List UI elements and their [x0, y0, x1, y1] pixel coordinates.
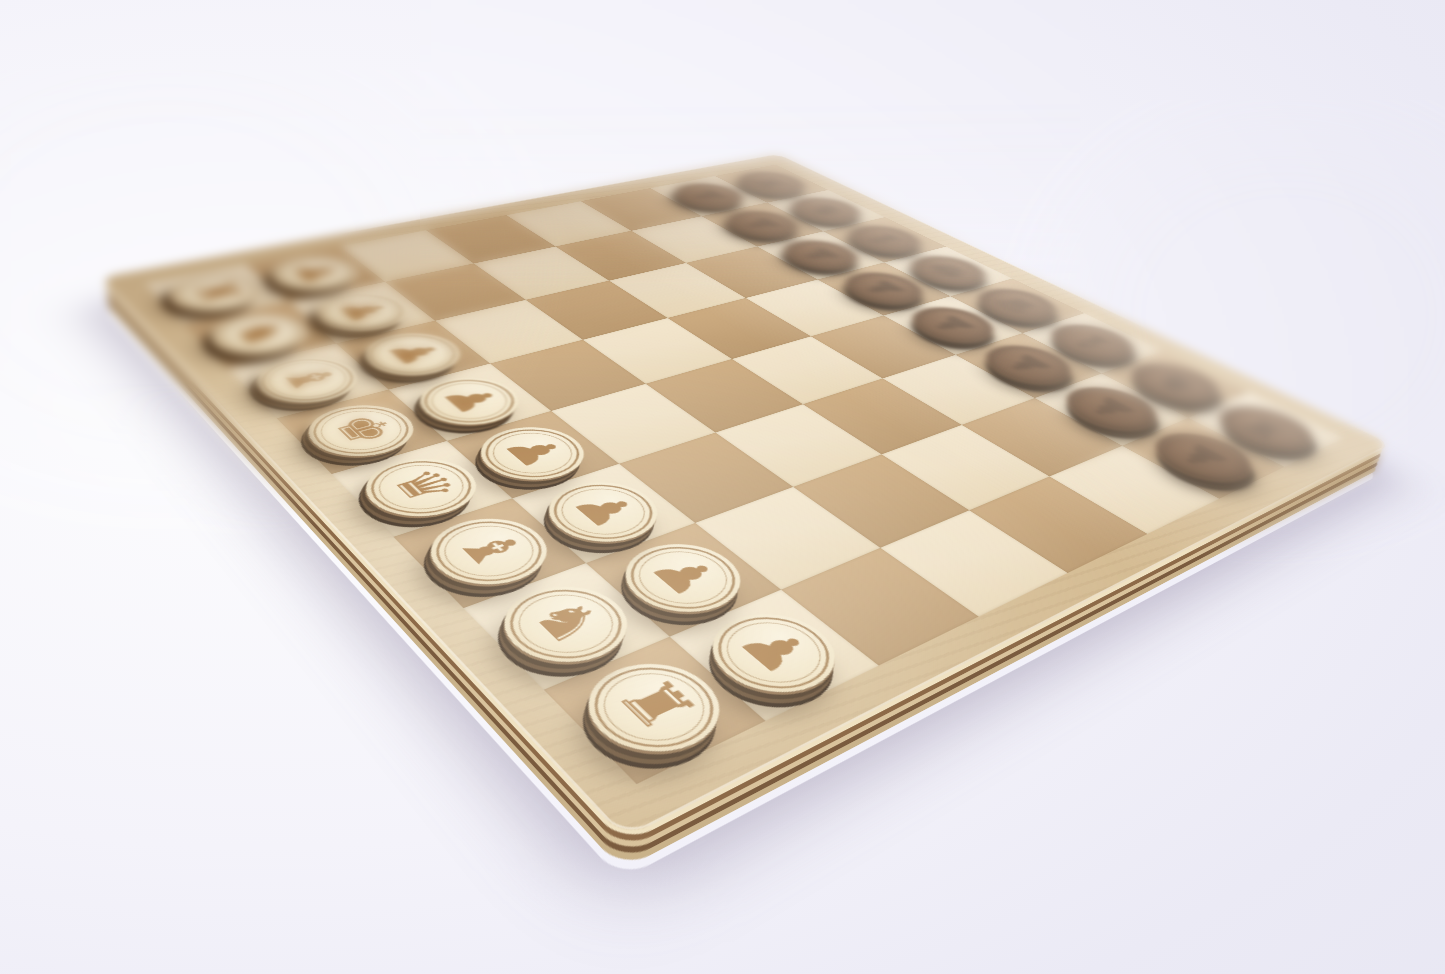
- piece-white-queen-d1: ♛: [348, 449, 497, 528]
- square-b3: [695, 487, 880, 590]
- black-bishop-engraving-icon: ♝: [1059, 328, 1126, 356]
- black-pawn-engraving-icon: ♟: [994, 349, 1064, 380]
- black-pawn-engraving-icon: ♟: [920, 311, 986, 339]
- piece-white-bishop-f1: ♝: [242, 350, 374, 411]
- square-b2: [586, 523, 781, 637]
- square-d1: [332, 441, 513, 537]
- square-c1: [393, 498, 586, 608]
- black-pawn-engraving-icon: ♟: [1075, 391, 1148, 425]
- square-d3: [551, 384, 715, 464]
- square-a1: [544, 637, 766, 784]
- white-bishop-engraving-icon: ♝: [445, 524, 538, 576]
- white-pawn-engraving-icon: ♟: [432, 382, 511, 418]
- black-rook-engraving-icon: ♜: [1229, 411, 1302, 446]
- square-d4: [646, 359, 803, 433]
- square-b5: [882, 425, 1050, 510]
- piece-black-rook-a8: ♜: [1202, 398, 1330, 459]
- white-pawn-engraving-icon: ♟: [638, 550, 732, 603]
- black-queen-engraving-icon: ♛: [985, 292, 1049, 318]
- white-pawn-engraving-icon: ♟: [726, 620, 826, 682]
- square-c2: [512, 464, 695, 563]
- white-pawn-engraving-icon: ♟: [561, 487, 649, 534]
- black-pawn-engraving-icon: ♟: [1165, 438, 1242, 476]
- square-f1: [228, 343, 389, 418]
- black-pawn-engraving-icon: ♟: [790, 243, 851, 266]
- square-e1: [277, 390, 447, 474]
- square-a3: [781, 548, 979, 666]
- piece-white-rook-a1: ♜: [563, 648, 745, 769]
- piece-white-knight-b1: ♞: [482, 573, 652, 677]
- product-photo-stage: ♜♞♝♛♚♝♞♜♟♟♟♟♟♟♟♟♟♟♟♟♟♟♟♟♜♞♝♛♚♝♞♜: [0, 0, 1445, 974]
- white-rook-engraving-icon: ♜: [603, 671, 710, 740]
- piece-white-pawn-e2: ♟: [403, 370, 537, 434]
- square-c4: [715, 404, 881, 487]
- white-knight-engraving-icon: ♞: [224, 318, 298, 349]
- square-b6: [962, 398, 1122, 476]
- white-pawn-engraving-icon: ♟: [377, 337, 452, 369]
- square-b1: [463, 563, 669, 690]
- white-pawn-engraving-icon: ♟: [328, 297, 399, 326]
- square-a2: [670, 590, 879, 721]
- square-b4: [793, 454, 969, 547]
- piece-white-pawn-b2: ♟: [603, 532, 763, 625]
- piece-white-pawn-h2: ♟: [258, 251, 373, 297]
- black-pawn-engraving-icon: ♟: [733, 214, 792, 235]
- black-pawn-engraving-icon: ♟: [852, 276, 916, 301]
- square-a4: [880, 510, 1067, 616]
- white-rook-engraving-icon: ♜: [183, 278, 254, 306]
- square-c5: [803, 378, 962, 454]
- white-king-engraving-icon: ♚: [322, 410, 405, 450]
- piece-black-knight-b8: ♞: [1115, 356, 1236, 411]
- white-bishop-engraving-icon: ♝: [271, 361, 349, 396]
- white-queen-engraving-icon: ♛: [380, 464, 468, 509]
- piece-white-rook-h1: ♜: [157, 269, 276, 318]
- piece-black-pawn-a7: ♟: [1137, 424, 1270, 490]
- square-d2: [447, 411, 619, 498]
- black-rook-engraving-icon: ♜: [744, 174, 798, 192]
- piece-white-pawn-g2: ♟: [302, 287, 422, 338]
- square-a5: [969, 476, 1147, 573]
- black-pawn-engraving-icon: ♟: [680, 186, 736, 205]
- white-pawn-engraving-icon: ♟: [283, 260, 351, 286]
- piece-white-pawn-a2: ♟: [688, 600, 860, 708]
- piece-white-pawn-c2: ♟: [528, 472, 678, 554]
- square-e2: [389, 364, 552, 441]
- white-knight-engraving-icon: ♞: [519, 593, 619, 653]
- square-a7: [1122, 418, 1284, 499]
- black-king-engraving-icon: ♚: [918, 259, 979, 282]
- board-3d: ♜♞♝♛♚♝♞♜♟♟♟♟♟♟♟♟♟♟♟♟♟♟♟♟♜♞♝♛♚♝♞♜: [99, 154, 1391, 839]
- black-bishop-engraving-icon: ♝: [855, 229, 914, 250]
- square-a6: [1050, 446, 1220, 534]
- piece-white-bishop-c1: ♝: [410, 507, 568, 597]
- white-pawn-engraving-icon: ♟: [493, 432, 576, 473]
- black-knight-engraving-icon: ♞: [798, 200, 854, 219]
- piece-white-pawn-d2: ♟: [462, 418, 604, 490]
- black-knight-engraving-icon: ♞: [1140, 367, 1210, 398]
- piece-white-pawn-f2: ♟: [350, 326, 477, 383]
- square-e3: [490, 340, 646, 411]
- piece-white-king-e1: ♚: [292, 396, 432, 465]
- piece-white-knight-g1: ♞: [197, 307, 322, 362]
- square-c3: [619, 433, 793, 523]
